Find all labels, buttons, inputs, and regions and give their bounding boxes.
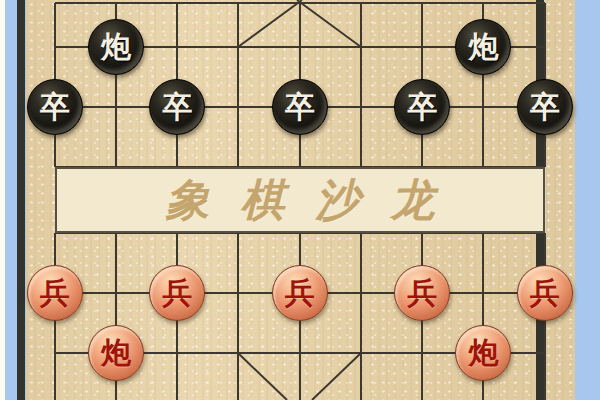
board-intersection[interactable]: 兵	[147, 277, 208, 309]
board-intersection[interactable]: 卒	[392, 69, 453, 145]
board-intersection[interactable]: 卒	[24, 69, 85, 145]
board-intersection[interactable]: 炮	[85, 309, 146, 397]
board-intersection[interactable]	[330, 277, 391, 309]
red-cannon-piece[interactable]: 炮	[88, 325, 144, 381]
board-intersection[interactable]	[330, 189, 391, 277]
board-intersection[interactable]: 兵	[392, 277, 453, 309]
piece-glyph: 炮	[101, 32, 131, 62]
red-cannon-piece[interactable]: 炮	[455, 325, 511, 381]
piece-grid: 炮炮卒卒卒卒卒兵兵兵兵兵炮炮	[24, 0, 575, 397]
piece-glyph: 卒	[530, 92, 560, 122]
board-intersection[interactable]: 卒	[269, 69, 330, 145]
piece-glyph: 炮	[101, 338, 131, 368]
board-intersection[interactable]	[392, 189, 453, 277]
board-intersection[interactable]	[269, 0, 330, 25]
board-intersection[interactable]	[85, 69, 146, 145]
board-intersection[interactable]	[453, 277, 514, 309]
board-intersection[interactable]	[330, 309, 391, 397]
board-intersection[interactable]	[514, 0, 575, 25]
board-intersection[interactable]	[208, 189, 269, 277]
board-intersection[interactable]	[24, 309, 85, 397]
board-intersection[interactable]	[24, 25, 85, 69]
board-intersection[interactable]	[453, 69, 514, 145]
red-soldier-piece[interactable]: 兵	[27, 265, 83, 321]
board-intersection[interactable]	[269, 309, 330, 397]
board-intersection[interactable]	[330, 25, 391, 69]
board-intersection[interactable]	[453, 145, 514, 189]
board-intersection[interactable]	[392, 25, 453, 69]
board-intersection[interactable]	[392, 145, 453, 189]
piece-glyph: 卒	[162, 92, 192, 122]
board-intersection[interactable]	[330, 69, 391, 145]
board-intersection[interactable]	[330, 0, 391, 25]
board-intersection[interactable]	[85, 189, 146, 277]
board-intersection[interactable]	[147, 309, 208, 397]
board-intersection[interactable]	[208, 69, 269, 145]
piece-glyph: 卒	[40, 92, 70, 122]
piece-glyph: 兵	[407, 278, 437, 308]
board-intersection[interactable]: 卒	[514, 69, 575, 145]
board-intersection[interactable]	[514, 25, 575, 69]
black-soldier-piece[interactable]: 卒	[27, 79, 83, 135]
board-intersection[interactable]	[24, 189, 85, 277]
black-cannon-piece[interactable]: 炮	[88, 19, 144, 75]
red-soldier-piece[interactable]: 兵	[272, 265, 328, 321]
board-intersection[interactable]	[269, 145, 330, 189]
board-intersection[interactable]: 兵	[514, 277, 575, 309]
xiangqi-app-window: 象棋沙龙 炮炮卒卒卒卒卒兵兵兵兵兵炮炮	[0, 0, 600, 400]
piece-glyph: 兵	[40, 278, 70, 308]
board-intersection[interactable]	[208, 309, 269, 397]
red-soldier-piece[interactable]: 兵	[149, 265, 205, 321]
board-intersection[interactable]	[147, 189, 208, 277]
board-intersection[interactable]	[85, 145, 146, 189]
board-intersection[interactable]	[330, 145, 391, 189]
board-intersection[interactable]	[392, 0, 453, 25]
board-intersection[interactable]: 卒	[147, 69, 208, 145]
board-intersection[interactable]: 炮	[453, 25, 514, 69]
black-soldier-piece[interactable]: 卒	[517, 79, 573, 135]
board-intersection[interactable]	[208, 25, 269, 69]
board-left-bevel	[0, 0, 5, 400]
board-intersection[interactable]	[208, 145, 269, 189]
board-intersection[interactable]	[514, 309, 575, 397]
board-intersection[interactable]	[514, 145, 575, 189]
board-intersection[interactable]	[392, 309, 453, 397]
board-intersection[interactable]	[24, 0, 85, 25]
black-soldier-piece[interactable]: 卒	[272, 79, 328, 135]
red-soldier-piece[interactable]: 兵	[517, 265, 573, 321]
piece-glyph: 卒	[285, 92, 315, 122]
piece-glyph: 炮	[468, 32, 498, 62]
board-intersection[interactable]	[514, 189, 575, 277]
board-intersection[interactable]	[147, 0, 208, 25]
piece-glyph: 兵	[162, 278, 192, 308]
piece-glyph: 兵	[530, 278, 560, 308]
piece-glyph: 炮	[468, 338, 498, 368]
board-intersection[interactable]	[85, 277, 146, 309]
piece-glyph: 卒	[407, 92, 437, 122]
board-intersection[interactable]: 兵	[24, 277, 85, 309]
black-cannon-piece[interactable]: 炮	[455, 19, 511, 75]
board-intersection[interactable]: 炮	[85, 25, 146, 69]
red-soldier-piece[interactable]: 兵	[394, 265, 450, 321]
board-intersection[interactable]	[208, 277, 269, 309]
board-intersection[interactable]	[208, 0, 269, 25]
board-intersection[interactable]	[24, 145, 85, 189]
board-intersection[interactable]: 炮	[453, 309, 514, 397]
board-intersection[interactable]	[269, 189, 330, 277]
board-intersection[interactable]: 兵	[269, 277, 330, 309]
board-intersection[interactable]	[453, 189, 514, 277]
board-intersection[interactable]	[147, 145, 208, 189]
board-intersection[interactable]	[269, 25, 330, 69]
black-soldier-piece[interactable]: 卒	[149, 79, 205, 135]
board-intersection[interactable]	[147, 25, 208, 69]
black-soldier-piece[interactable]: 卒	[394, 79, 450, 135]
piece-glyph: 兵	[285, 278, 315, 308]
